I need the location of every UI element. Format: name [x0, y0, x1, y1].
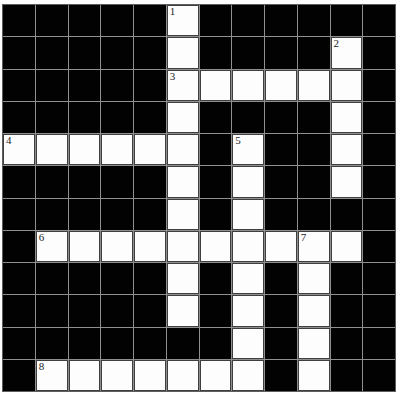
white-cell-r11c6[interactable] [200, 360, 232, 391]
clue-number-3: 3 [170, 71, 176, 82]
black-cell-r0c7 [232, 5, 264, 36]
black-cell-r3c11 [363, 102, 395, 133]
white-cell-r7c7[interactable] [232, 231, 264, 262]
black-cell-r2c4 [134, 70, 166, 101]
black-cell-r5c0 [3, 166, 35, 197]
white-cell-r7c9[interactable]: 7 [298, 231, 330, 262]
white-cell-r6c5[interactable] [167, 199, 199, 230]
white-cell-r2c5[interactable]: 3 [167, 70, 199, 101]
black-cell-r2c11 [363, 70, 395, 101]
white-cell-r8c9[interactable] [298, 263, 330, 294]
clue-number-1: 1 [170, 6, 176, 17]
black-cell-r1c4 [134, 37, 166, 68]
white-cell-r11c1[interactable]: 8 [36, 360, 68, 391]
black-cell-r1c11 [363, 37, 395, 68]
white-cell-r8c7[interactable] [232, 263, 264, 294]
black-cell-r8c1 [36, 263, 68, 294]
black-cell-r0c3 [101, 5, 133, 36]
white-cell-r5c5[interactable] [167, 166, 199, 197]
black-cell-r9c4 [134, 295, 166, 326]
black-cell-r6c9 [298, 199, 330, 230]
white-cell-r1c5[interactable] [167, 37, 199, 68]
white-cell-r7c8[interactable] [265, 231, 297, 262]
white-cell-r11c7[interactable] [232, 360, 264, 391]
black-cell-r7c0 [3, 231, 35, 262]
black-cell-r8c3 [101, 263, 133, 294]
black-cell-r10c5 [167, 328, 199, 359]
crossword-grid: 12345678 [2, 4, 396, 392]
white-cell-r4c4[interactable] [134, 134, 166, 165]
white-cell-r7c3[interactable] [101, 231, 133, 262]
white-cell-r7c10[interactable] [331, 231, 363, 262]
black-cell-r5c8 [265, 166, 297, 197]
white-cell-r2c8[interactable] [265, 70, 297, 101]
white-cell-r3c5[interactable] [167, 102, 199, 133]
black-cell-r5c6 [200, 166, 232, 197]
black-cell-r10c6 [200, 328, 232, 359]
white-cell-r7c5[interactable] [167, 231, 199, 262]
black-cell-r0c9 [298, 5, 330, 36]
white-cell-r7c6[interactable] [200, 231, 232, 262]
white-cell-r7c2[interactable] [69, 231, 101, 262]
black-cell-r3c4 [134, 102, 166, 133]
black-cell-r9c11 [363, 295, 395, 326]
black-cell-r5c11 [363, 166, 395, 197]
black-cell-r2c1 [36, 70, 68, 101]
white-cell-r10c7[interactable] [232, 328, 264, 359]
white-cell-r5c10[interactable] [331, 166, 363, 197]
black-cell-r0c4 [134, 5, 166, 36]
black-cell-r10c4 [134, 328, 166, 359]
black-cell-r0c2 [69, 5, 101, 36]
black-cell-r7c11 [363, 231, 395, 262]
black-cell-r3c6 [200, 102, 232, 133]
black-cell-r6c2 [69, 199, 101, 230]
black-cell-r10c8 [265, 328, 297, 359]
clue-number-6: 6 [39, 232, 45, 243]
black-cell-r6c3 [101, 199, 133, 230]
black-cell-r2c0 [3, 70, 35, 101]
black-cell-r9c8 [265, 295, 297, 326]
black-cell-r9c3 [101, 295, 133, 326]
black-cell-r5c9 [298, 166, 330, 197]
black-cell-r0c8 [265, 5, 297, 36]
white-cell-r2c7[interactable] [232, 70, 264, 101]
black-cell-r6c4 [134, 199, 166, 230]
black-cell-r1c2 [69, 37, 101, 68]
black-cell-r10c0 [3, 328, 35, 359]
clue-number-2: 2 [334, 38, 340, 49]
black-cell-r11c8 [265, 360, 297, 391]
black-cell-r11c11 [363, 360, 395, 391]
black-cell-r6c6 [200, 199, 232, 230]
black-cell-r1c0 [3, 37, 35, 68]
black-cell-r1c7 [232, 37, 264, 68]
white-cell-r9c9[interactable] [298, 295, 330, 326]
black-cell-r5c4 [134, 166, 166, 197]
white-cell-r9c7[interactable] [232, 295, 264, 326]
white-cell-r10c9[interactable] [298, 328, 330, 359]
black-cell-r11c10 [331, 360, 363, 391]
black-cell-r8c6 [200, 263, 232, 294]
black-cell-r0c11 [363, 5, 395, 36]
black-cell-r1c6 [200, 37, 232, 68]
white-cell-r11c4[interactable] [134, 360, 166, 391]
white-cell-r5c7[interactable] [232, 166, 264, 197]
black-cell-r3c0 [3, 102, 35, 133]
black-cell-r5c3 [101, 166, 133, 197]
white-cell-r3c10[interactable] [331, 102, 363, 133]
clue-number-5: 5 [235, 135, 241, 146]
white-cell-r7c4[interactable] [134, 231, 166, 262]
white-cell-r11c3[interactable] [101, 360, 133, 391]
black-cell-r1c1 [36, 37, 68, 68]
black-cell-r4c8 [265, 134, 297, 165]
black-cell-r3c3 [101, 102, 133, 133]
black-cell-r3c9 [298, 102, 330, 133]
black-cell-r8c4 [134, 263, 166, 294]
black-cell-r4c6 [200, 134, 232, 165]
black-cell-r8c0 [3, 263, 35, 294]
black-cell-r6c11 [363, 199, 395, 230]
white-cell-r4c5[interactable] [167, 134, 199, 165]
black-cell-r8c10 [331, 263, 363, 294]
black-cell-r9c1 [36, 295, 68, 326]
black-cell-r4c9 [298, 134, 330, 165]
black-cell-r6c0 [3, 199, 35, 230]
white-cell-r11c9[interactable] [298, 360, 330, 391]
black-cell-r10c1 [36, 328, 68, 359]
black-cell-r3c2 [69, 102, 101, 133]
black-cell-r2c3 [101, 70, 133, 101]
black-cell-r0c1 [36, 5, 68, 36]
black-cell-r9c2 [69, 295, 101, 326]
black-cell-r4c11 [363, 134, 395, 165]
black-cell-r2c2 [69, 70, 101, 101]
clue-number-7: 7 [301, 232, 307, 243]
white-cell-r4c7[interactable]: 5 [232, 134, 264, 165]
black-cell-r11c0 [3, 360, 35, 391]
white-cell-r11c2[interactable] [69, 360, 101, 391]
black-cell-r0c6 [200, 5, 232, 36]
black-cell-r6c8 [265, 199, 297, 230]
black-cell-r6c10 [331, 199, 363, 230]
black-cell-r8c8 [265, 263, 297, 294]
black-cell-r10c10 [331, 328, 363, 359]
white-cell-r4c10[interactable] [331, 134, 363, 165]
black-cell-r10c3 [101, 328, 133, 359]
black-cell-r0c0 [3, 5, 35, 36]
black-cell-r9c6 [200, 295, 232, 326]
crossword-board: 12345678 [0, 0, 399, 392]
black-cell-r6c1 [36, 199, 68, 230]
black-cell-r5c1 [36, 166, 68, 197]
white-cell-r0c5[interactable]: 1 [167, 5, 199, 36]
white-cell-r4c3[interactable] [101, 134, 133, 165]
black-cell-r8c2 [69, 263, 101, 294]
black-cell-r10c2 [69, 328, 101, 359]
black-cell-r10c11 [363, 328, 395, 359]
white-cell-r2c9[interactable] [298, 70, 330, 101]
white-cell-r1c10[interactable]: 2 [331, 37, 363, 68]
clue-number-4: 4 [6, 135, 12, 146]
white-cell-r4c2[interactable] [69, 134, 101, 165]
black-cell-r1c8 [265, 37, 297, 68]
black-cell-r9c10 [331, 295, 363, 326]
white-cell-r11c5[interactable] [167, 360, 199, 391]
white-cell-r9c5[interactable] [167, 295, 199, 326]
black-cell-r0c10 [331, 5, 363, 36]
black-cell-r3c1 [36, 102, 68, 133]
black-cell-r3c7 [232, 102, 264, 133]
white-cell-r4c0[interactable]: 4 [3, 134, 35, 165]
black-cell-r9c0 [3, 295, 35, 326]
white-cell-r2c6[interactable] [200, 70, 232, 101]
black-cell-r5c2 [69, 166, 101, 197]
white-cell-r7c1[interactable]: 6 [36, 231, 68, 262]
black-cell-r8c11 [363, 263, 395, 294]
white-cell-r6c7[interactable] [232, 199, 264, 230]
white-cell-r4c1[interactable] [36, 134, 68, 165]
white-cell-r8c5[interactable] [167, 263, 199, 294]
white-cell-r2c10[interactable] [331, 70, 363, 101]
black-cell-r1c9 [298, 37, 330, 68]
black-cell-r1c3 [101, 37, 133, 68]
black-cell-r3c8 [265, 102, 297, 133]
clue-number-8: 8 [39, 361, 45, 372]
